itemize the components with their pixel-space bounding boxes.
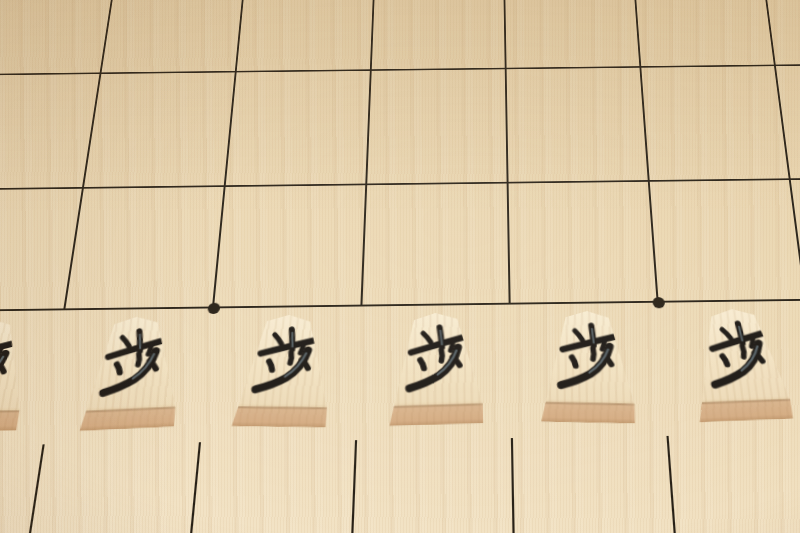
shogi-pawn[interactable] xyxy=(228,314,338,427)
board-cell[interactable] xyxy=(372,0,507,71)
shogi-pawn[interactable] xyxy=(385,312,487,427)
shogi-pawn[interactable] xyxy=(0,318,38,432)
board-cell[interactable] xyxy=(505,0,641,69)
board-cell[interactable] xyxy=(634,0,776,68)
board-cell[interactable] xyxy=(226,71,372,187)
board-cell[interactable] xyxy=(65,187,225,310)
fu-kanji xyxy=(544,320,631,392)
fu-kanji xyxy=(393,321,480,394)
board-cell[interactable] xyxy=(187,440,357,533)
shogi-pawn[interactable] xyxy=(537,310,639,423)
board-cell[interactable] xyxy=(509,182,659,305)
board-cell[interactable] xyxy=(367,69,508,185)
board-cell[interactable] xyxy=(214,185,367,308)
board-cell[interactable] xyxy=(351,438,515,533)
fu-kanji xyxy=(0,328,30,400)
fu-kanji xyxy=(691,317,785,391)
board-cell[interactable] xyxy=(362,183,510,306)
shogi-pawn[interactable] xyxy=(75,315,185,432)
board-cell[interactable] xyxy=(513,436,680,533)
board-cell[interactable] xyxy=(507,68,650,184)
board-cell[interactable] xyxy=(237,0,376,72)
board-cell[interactable] xyxy=(650,180,800,303)
board-cell[interactable] xyxy=(101,0,246,74)
fu-kanji xyxy=(86,325,178,400)
star-point xyxy=(207,303,220,314)
board-cell[interactable] xyxy=(641,66,790,182)
star-point xyxy=(652,297,665,308)
board-cell[interactable] xyxy=(84,72,237,188)
board-cell[interactable] xyxy=(22,442,201,533)
fu-kanji xyxy=(238,324,330,396)
shogi-pawn[interactable] xyxy=(683,307,797,422)
board-cell[interactable] xyxy=(669,434,800,533)
board-grid xyxy=(0,0,800,533)
board-cell[interactable] xyxy=(0,0,117,76)
shogi-board-photo xyxy=(0,0,800,533)
